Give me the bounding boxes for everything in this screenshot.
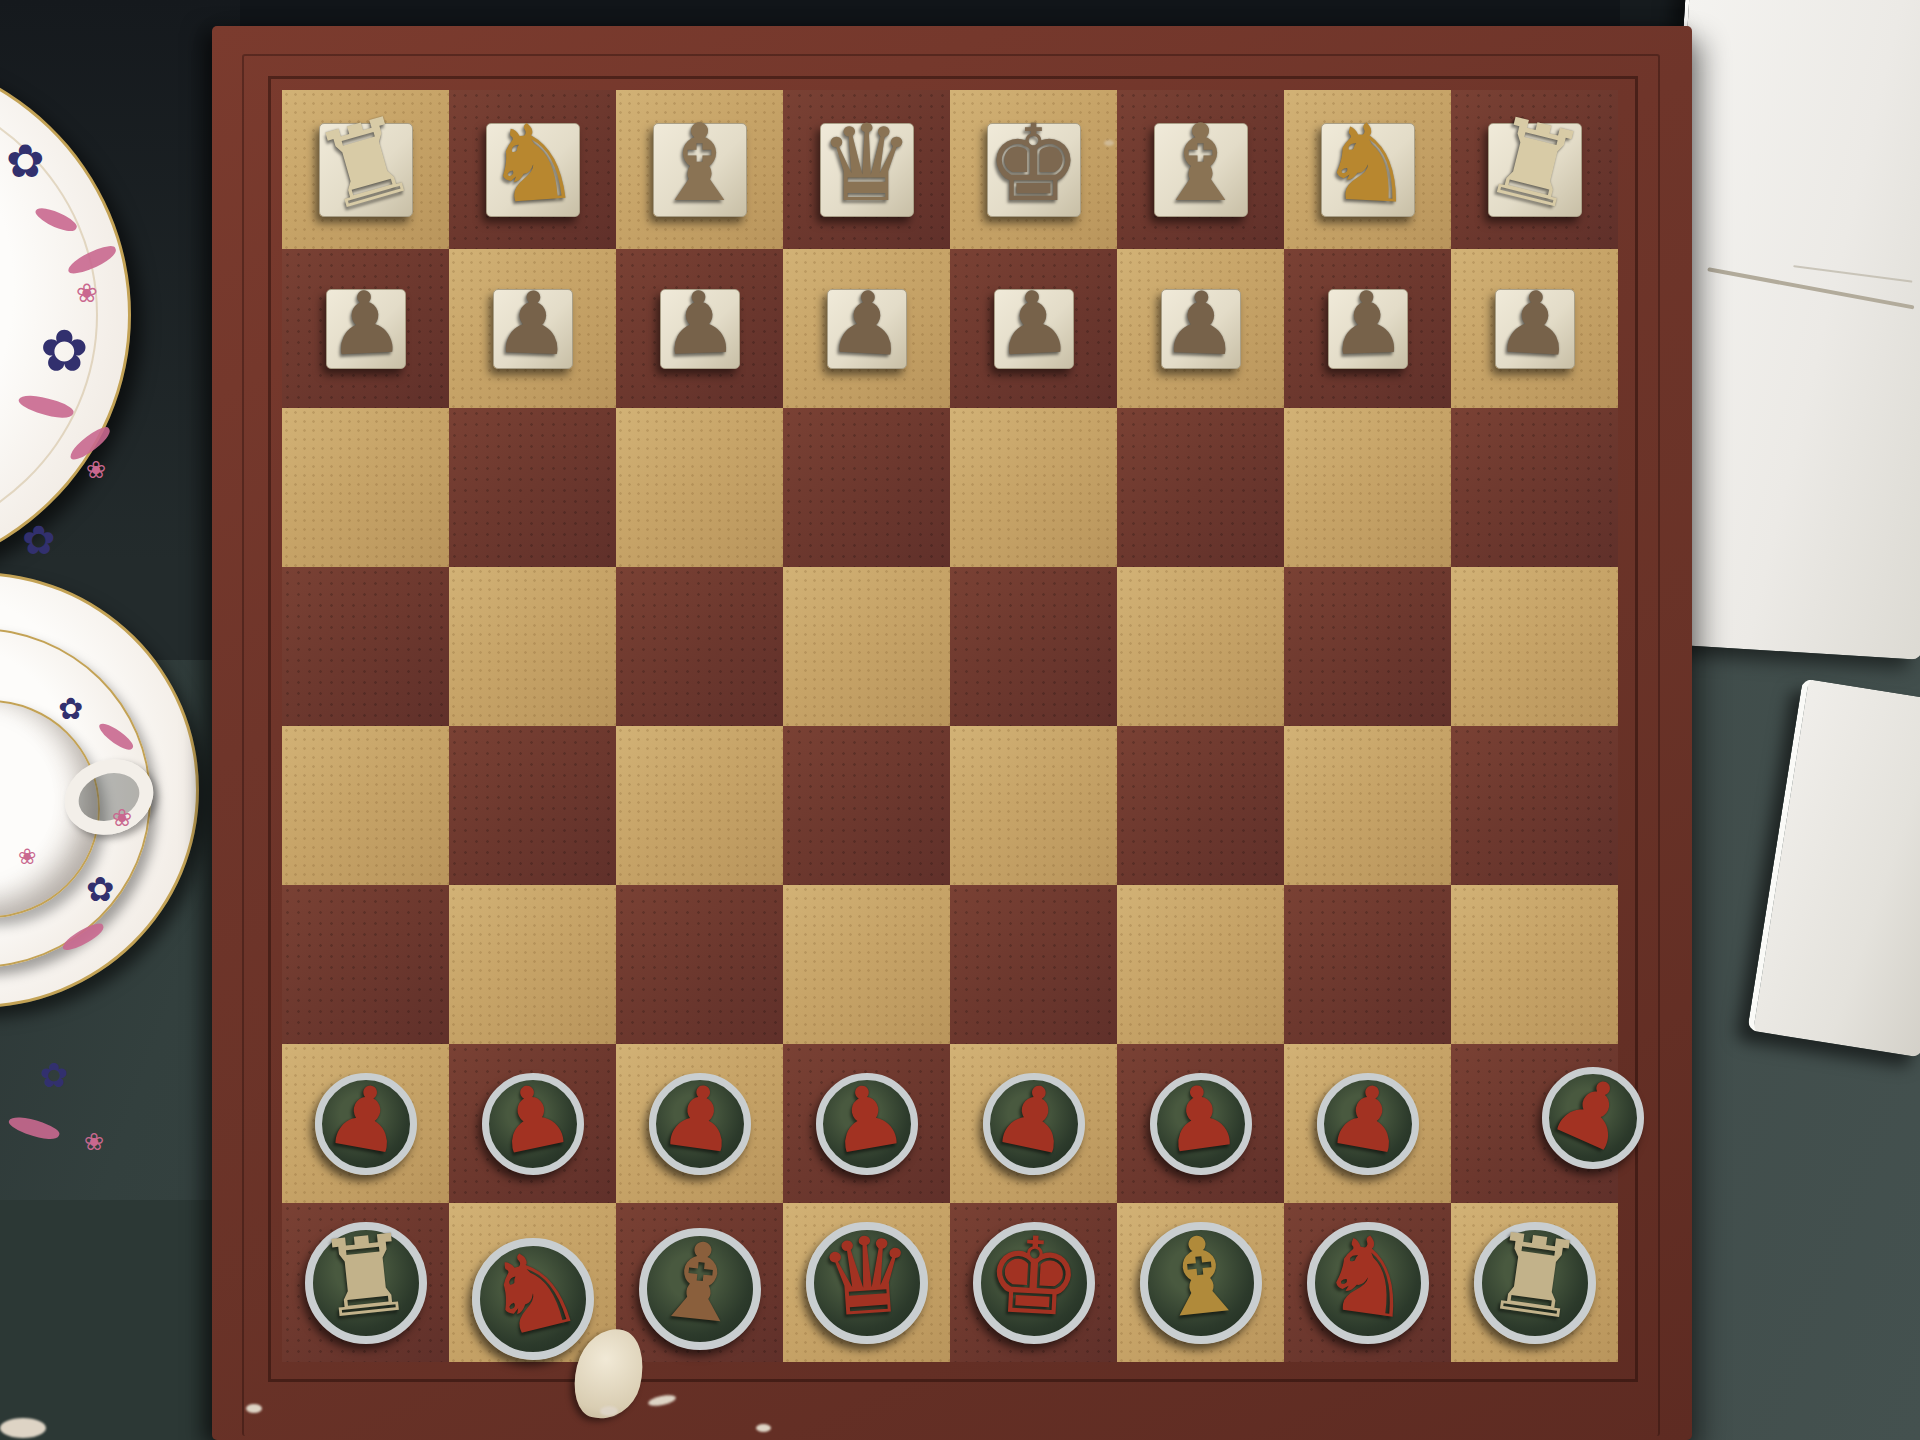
floral-navy-flower-icon: ✿ xyxy=(58,694,83,724)
piece-f1-roman-bishop: ♝ xyxy=(1117,1203,1284,1362)
pawn-glyph: ♟ xyxy=(655,1070,743,1166)
pawn-glyph: ♟ xyxy=(320,1068,411,1166)
piece-a8-egyptian-rook: ♜ xyxy=(282,90,449,249)
square-b5 xyxy=(449,567,616,726)
floral-navy-flower-icon: ✿ xyxy=(40,322,89,380)
pawn-glyph: ♟ xyxy=(1322,1068,1413,1166)
square-b6 xyxy=(449,408,616,567)
rook-glyph: ♜ xyxy=(313,1219,419,1334)
square-h6 xyxy=(1451,408,1618,567)
bishop-glyph: ♝ xyxy=(652,111,747,217)
pawn-glyph: ♟ xyxy=(1327,278,1407,367)
queen-glyph: ♛ xyxy=(819,111,914,217)
king-glyph: ♚ xyxy=(983,1221,1083,1332)
piece-h2-roman-pawn: ♟ xyxy=(1509,1038,1676,1197)
square-a4 xyxy=(282,726,449,885)
square-e3 xyxy=(950,885,1117,1044)
square-c5 xyxy=(616,567,783,726)
piece-b2-roman-pawn: ♟ xyxy=(449,1044,616,1203)
pawn-glyph: ♟ xyxy=(492,278,572,367)
piece-a7-egyptian-pawn: ♟ xyxy=(282,249,449,408)
piece-d7-egyptian-pawn: ♟ xyxy=(783,249,950,408)
square-a6 xyxy=(282,408,449,567)
floral-pink-flower-icon: ❀ xyxy=(18,846,36,868)
square-d5 xyxy=(783,567,950,726)
piece-c2-roman-pawn: ♟ xyxy=(616,1044,783,1203)
background-left-surface xyxy=(0,1200,225,1440)
piece-g7-egyptian-pawn: ♟ xyxy=(1284,249,1451,408)
square-b3 xyxy=(449,885,616,1044)
knight-glyph: ♞ xyxy=(481,107,583,219)
knight-glyph: ♞ xyxy=(1313,1217,1422,1335)
square-d4 xyxy=(783,726,950,885)
china-edge-sliver xyxy=(0,1418,46,1438)
square-f4 xyxy=(1117,726,1284,885)
floral-navy-flower-icon: ✿ xyxy=(40,1058,69,1092)
square-c3 xyxy=(616,885,783,1044)
piece-e7-egyptian-pawn: ♟ xyxy=(950,249,1117,408)
square-e4 xyxy=(950,726,1117,885)
pawn-glyph: ♟ xyxy=(1160,278,1240,367)
pawn-glyph: ♟ xyxy=(325,278,407,368)
floral-pink-leaf xyxy=(7,1112,61,1145)
pawn-glyph: ♟ xyxy=(821,1068,912,1166)
piece-a2-roman-pawn: ♟ xyxy=(282,1044,449,1203)
piece-e1-roman-king: ♚ xyxy=(950,1203,1117,1362)
pawn-glyph: ♟ xyxy=(993,278,1075,368)
piece-a1-roman-rook: ♜ xyxy=(282,1203,449,1362)
square-g6 xyxy=(1284,408,1451,567)
square-d6 xyxy=(783,408,950,567)
bishop-glyph: ♝ xyxy=(1148,1219,1254,1334)
piece-e8-egyptian-king: ♚ xyxy=(950,90,1117,249)
bishop-glyph: ♝ xyxy=(647,1225,753,1340)
piece-e2-roman-pawn: ♟ xyxy=(950,1044,1117,1203)
square-c4 xyxy=(616,726,783,885)
piece-b8-egyptian-knight: ♞ xyxy=(449,90,616,249)
floral-pink-flower-icon: ❀ xyxy=(84,1130,104,1154)
square-f5 xyxy=(1117,567,1284,726)
square-f6 xyxy=(1117,408,1284,567)
slab-crack xyxy=(1707,267,1914,309)
piece-f2-roman-pawn: ♟ xyxy=(1117,1044,1284,1203)
square-a5 xyxy=(282,567,449,726)
piece-c7-egyptian-pawn: ♟ xyxy=(616,249,783,408)
piece-f7-egyptian-pawn: ♟ xyxy=(1117,249,1284,408)
piece-h7-egyptian-pawn: ♟ xyxy=(1451,249,1618,408)
square-e5 xyxy=(950,567,1117,726)
board-scuff-mark xyxy=(246,1404,262,1413)
queen-glyph: ♛ xyxy=(815,1220,917,1332)
board-scuff-mark xyxy=(600,1406,618,1416)
pawn-glyph: ♟ xyxy=(1494,278,1576,368)
piece-f8-egyptian-bishop: ♝ xyxy=(1117,90,1284,249)
square-a3 xyxy=(282,885,449,1044)
board-scuff-mark xyxy=(1104,140,1114,146)
square-f3 xyxy=(1117,885,1284,1044)
piece-d1-roman-queen: ♛ xyxy=(783,1203,950,1362)
floral-pink-flower-icon: ❀ xyxy=(112,806,132,830)
square-e6 xyxy=(950,408,1117,567)
square-h4 xyxy=(1451,726,1618,885)
piece-b7-egyptian-pawn: ♟ xyxy=(449,249,616,408)
pawn-glyph: ♟ xyxy=(659,278,739,367)
scene-photo: ✿ ❀ ✿ ❀ ✿ ✿ ❀ ✿ ❀ ✿ ❀ ♜♞♝♛♚♝♞♜♟♟♟♟♟♟♟♟♟♟… xyxy=(0,0,1920,1440)
king-glyph: ♚ xyxy=(986,111,1081,217)
pawn-glyph: ♟ xyxy=(1156,1070,1244,1166)
floral-pink-flower-icon: ❀ xyxy=(86,458,106,482)
piece-h1-roman-rook: ♜ xyxy=(1451,1203,1618,1362)
floral-navy-flower-icon: ✿ xyxy=(86,872,115,906)
chess-board: ♜♞♝♛♚♝♞♜♟♟♟♟♟♟♟♟♟♟♟♟♟♟♟♟♜♞♝♛♚♝♞♜ xyxy=(212,26,1692,1440)
square-c6 xyxy=(616,408,783,567)
square-d3 xyxy=(783,885,950,1044)
white-stone-block xyxy=(1747,678,1920,1057)
square-g4 xyxy=(1284,726,1451,885)
piece-g2-roman-pawn: ♟ xyxy=(1284,1044,1451,1203)
piece-g8-egyptian-knight: ♞ xyxy=(1284,90,1451,249)
piece-g1-roman-knight: ♞ xyxy=(1284,1203,1451,1362)
square-g5 xyxy=(1284,567,1451,726)
square-h3 xyxy=(1451,885,1618,1044)
rook-glyph: ♜ xyxy=(1480,1217,1589,1335)
piece-d8-egyptian-queen: ♛ xyxy=(783,90,950,249)
slab-crack xyxy=(1793,265,1912,283)
bishop-glyph: ♝ xyxy=(1153,111,1248,217)
piece-c1-roman-bishop: ♝ xyxy=(616,1209,783,1368)
knight-glyph: ♞ xyxy=(1317,108,1417,219)
square-b4 xyxy=(449,726,616,885)
pawn-glyph: ♟ xyxy=(826,278,908,368)
playing-area: ♜♞♝♛♚♝♞♜♟♟♟♟♟♟♟♟♟♟♟♟♟♟♟♟♜♞♝♛♚♝♞♜ xyxy=(282,90,1618,1362)
piece-h8-egyptian-rook: ♜ xyxy=(1451,90,1618,249)
floral-navy-flower-icon: ✿ xyxy=(22,520,56,560)
piece-c8-egyptian-bishop: ♝ xyxy=(616,90,783,249)
pawn-glyph: ♟ xyxy=(486,1067,579,1167)
square-g3 xyxy=(1284,885,1451,1044)
floral-pink-flower-icon: ❀ xyxy=(76,280,98,306)
floral-navy-flower-icon: ✿ xyxy=(6,138,45,184)
square-h5 xyxy=(1451,567,1618,726)
board-scuff-mark xyxy=(756,1424,771,1432)
piece-d2-roman-pawn: ♟ xyxy=(783,1044,950,1203)
